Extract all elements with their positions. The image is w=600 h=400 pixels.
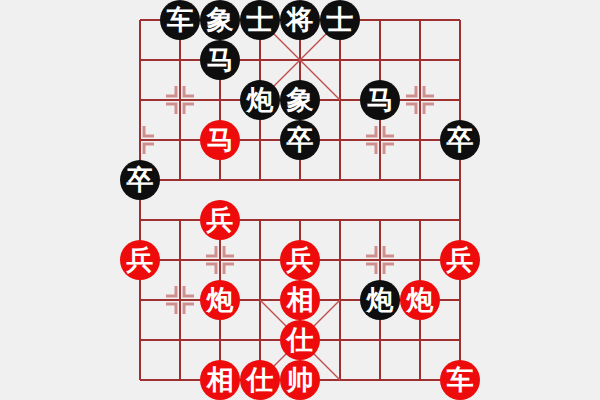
- intersection-r7c3[interactable]: [240, 280, 280, 320]
- intersection-r6c8[interactable]: 兵: [440, 240, 480, 280]
- intersection-r2c4[interactable]: 象: [280, 80, 320, 120]
- intersection-r7c2[interactable]: 炮: [200, 280, 240, 320]
- piece-glyph: 卒: [127, 167, 154, 194]
- piece-glyph: 兵: [287, 247, 314, 274]
- intersection-r1c2[interactable]: 马: [200, 40, 240, 80]
- intersection-r3c1[interactable]: [160, 120, 200, 160]
- intersection-r4c4[interactable]: [280, 160, 320, 200]
- intersection-r5c6[interactable]: [360, 200, 400, 240]
- intersection-r9c0[interactable]: [120, 360, 160, 400]
- intersection-r3c6[interactable]: [360, 120, 400, 160]
- piece-black-elephant[interactable]: 象: [200, 0, 240, 40]
- piece-red-advisor[interactable]: 仕: [240, 360, 280, 400]
- piece-glyph: 卒: [287, 127, 314, 154]
- intersection-r2c0[interactable]: [120, 80, 160, 120]
- intersection-r1c3[interactable]: [240, 40, 280, 80]
- intersection-r4c5[interactable]: [320, 160, 360, 200]
- piece-glyph: 兵: [447, 247, 474, 274]
- piece-glyph: 车: [167, 7, 194, 34]
- intersection-r8c1[interactable]: [160, 320, 200, 360]
- intersection-r6c1[interactable]: [160, 240, 200, 280]
- intersection-r9c2[interactable]: 相: [200, 360, 240, 400]
- piece-red-elephant[interactable]: 相: [200, 360, 240, 400]
- piece-black-advisor[interactable]: 士: [320, 0, 360, 40]
- intersection-r5c8[interactable]: [440, 200, 480, 240]
- intersection-r2c6[interactable]: 马: [360, 80, 400, 120]
- intersection-r5c7[interactable]: [400, 200, 440, 240]
- intersection-r3c4[interactable]: 卒: [280, 120, 320, 160]
- piece-red-elephant[interactable]: 相: [280, 280, 320, 320]
- intersection-r0c2[interactable]: 象: [200, 0, 240, 40]
- intersection-r8c4[interactable]: 仕: [280, 320, 320, 360]
- intersection-r3c8[interactable]: 卒: [440, 120, 480, 160]
- intersection-r0c0[interactable]: [120, 0, 160, 40]
- intersection-r3c0[interactable]: [120, 120, 160, 160]
- piece-glyph: 士: [327, 7, 354, 34]
- intersection-r8c2[interactable]: [200, 320, 240, 360]
- piece-glyph: 马: [207, 127, 234, 154]
- intersection-r3c2[interactable]: 马: [200, 120, 240, 160]
- intersection-r0c6[interactable]: [360, 0, 400, 40]
- piece-red-chariot[interactable]: 车: [440, 360, 480, 400]
- piece-glyph: 兵: [127, 247, 154, 274]
- piece-glyph: 炮: [367, 287, 394, 314]
- intersection-r4c3[interactable]: [240, 160, 280, 200]
- piece-black-chariot[interactable]: 车: [160, 0, 200, 40]
- intersection-r6c2[interactable]: [200, 240, 240, 280]
- piece-black-soldier[interactable]: 卒: [440, 120, 480, 160]
- piece-red-soldier[interactable]: 兵: [120, 240, 160, 280]
- piece-glyph: 相: [287, 287, 314, 314]
- piece-glyph: 炮: [407, 287, 434, 314]
- intersection-r7c4[interactable]: 相: [280, 280, 320, 320]
- intersection-r9c8[interactable]: 车: [440, 360, 480, 400]
- piece-black-elephant[interactable]: 象: [280, 80, 320, 120]
- intersection-r3c5[interactable]: [320, 120, 360, 160]
- piece-red-soldier[interactable]: 兵: [200, 200, 240, 240]
- intersection-r0c1[interactable]: 车: [160, 0, 200, 40]
- intersection-r6c0[interactable]: 兵: [120, 240, 160, 280]
- intersection-r7c8[interactable]: [440, 280, 480, 320]
- intersection-r9c4[interactable]: 帅: [280, 360, 320, 400]
- piece-red-soldier[interactable]: 兵: [440, 240, 480, 280]
- piece-glyph: 车: [447, 367, 474, 394]
- intersection-r4c7[interactable]: [400, 160, 440, 200]
- intersection-r9c1[interactable]: [160, 360, 200, 400]
- intersection-r2c7[interactable]: [400, 80, 440, 120]
- intersection-r3c3[interactable]: [240, 120, 280, 160]
- intersection-r5c0[interactable]: [120, 200, 160, 240]
- piece-black-horse[interactable]: 马: [360, 80, 400, 120]
- intersection-r7c5[interactable]: [320, 280, 360, 320]
- intersection-r2c8[interactable]: [440, 80, 480, 120]
- intersection-r2c2[interactable]: [200, 80, 240, 120]
- piece-black-horse[interactable]: 马: [200, 40, 240, 80]
- piece-glyph: 仕: [287, 327, 314, 354]
- piece-glyph: 相: [207, 367, 234, 394]
- intersection-r8c8[interactable]: [440, 320, 480, 360]
- piece-glyph: 士: [247, 7, 274, 34]
- intersection-r4c2[interactable]: [200, 160, 240, 200]
- intersection-r0c7[interactable]: [400, 0, 440, 40]
- xiangqi-board-view: 车象士将士马炮象马马卒卒卒兵兵兵兵炮相炮炮仕相仕帅车: [0, 0, 600, 400]
- piece-glyph: 将: [287, 7, 314, 34]
- piece-black-advisor[interactable]: 士: [240, 0, 280, 40]
- piece-black-general[interactable]: 将: [280, 0, 320, 40]
- piece-glyph: 炮: [247, 87, 274, 114]
- piece-glyph: 象: [207, 7, 234, 34]
- piece-glyph: 卒: [447, 127, 474, 154]
- piece-glyph: 炮: [207, 287, 234, 314]
- intersection-r1c1[interactable]: [160, 40, 200, 80]
- intersection-r2c3[interactable]: 炮: [240, 80, 280, 120]
- piece-red-cannon[interactable]: 炮: [200, 280, 240, 320]
- intersection-r0c3[interactable]: 士: [240, 0, 280, 40]
- intersection-r6c5[interactable]: [320, 240, 360, 280]
- intersection-r9c7[interactable]: [400, 360, 440, 400]
- intersection-r7c1[interactable]: [160, 280, 200, 320]
- intersection-r9c5[interactable]: [320, 360, 360, 400]
- intersection-r7c7[interactable]: 炮: [400, 280, 440, 320]
- piece-red-advisor[interactable]: 仕: [280, 320, 320, 360]
- piece-red-soldier[interactable]: 兵: [280, 240, 320, 280]
- piece-red-general[interactable]: 帅: [280, 360, 320, 400]
- xiangqi-board: 车象士将士马炮象马马卒卒卒兵兵兵兵炮相炮炮仕相仕帅车: [120, 0, 480, 400]
- intersection-r7c6[interactable]: 炮: [360, 280, 400, 320]
- piece-glyph: 马: [207, 47, 234, 74]
- intersection-r0c4[interactable]: 将: [280, 0, 320, 40]
- intersection-r1c7[interactable]: [400, 40, 440, 80]
- piece-black-soldier[interactable]: 卒: [120, 160, 160, 200]
- piece-glyph: 仕: [247, 367, 274, 394]
- intersection-r1c6[interactable]: [360, 40, 400, 80]
- piece-glyph: 帅: [287, 367, 314, 394]
- intersection-r8c7[interactable]: [400, 320, 440, 360]
- intersection-r1c4[interactable]: [280, 40, 320, 80]
- intersection-r8c0[interactable]: [120, 320, 160, 360]
- intersection-r0c8[interactable]: [440, 0, 480, 40]
- intersection-r5c4[interactable]: [280, 200, 320, 240]
- intersection-r6c3[interactable]: [240, 240, 280, 280]
- intersection-r8c5[interactable]: [320, 320, 360, 360]
- intersection-r5c5[interactable]: [320, 200, 360, 240]
- intersection-r9c3[interactable]: 仕: [240, 360, 280, 400]
- piece-black-cannon[interactable]: 炮: [360, 280, 400, 320]
- intersection-r4c6[interactable]: [360, 160, 400, 200]
- piece-black-cannon[interactable]: 炮: [240, 80, 280, 120]
- intersection-r5c1[interactable]: [160, 200, 200, 240]
- intersection-r6c7[interactable]: [400, 240, 440, 280]
- intersection-r6c6[interactable]: [360, 240, 400, 280]
- piece-glyph: 兵: [207, 207, 234, 234]
- intersection-r2c1[interactable]: [160, 80, 200, 120]
- intersection-r8c6[interactable]: [360, 320, 400, 360]
- intersection-r0c5[interactable]: 士: [320, 0, 360, 40]
- intersection-r1c0[interactable]: [120, 40, 160, 80]
- intersection-r4c1[interactable]: [160, 160, 200, 200]
- piece-red-horse[interactable]: 马: [200, 120, 240, 160]
- intersection-r6c4[interactable]: 兵: [280, 240, 320, 280]
- piece-glyph: 象: [287, 87, 314, 114]
- intersection-r8c3[interactable]: [240, 320, 280, 360]
- intersection-r7c0[interactable]: [120, 280, 160, 320]
- intersection-r5c2[interactable]: 兵: [200, 200, 240, 240]
- intersection-r2c5[interactable]: [320, 80, 360, 120]
- intersection-r9c6[interactable]: [360, 360, 400, 400]
- intersection-r4c0[interactable]: 卒: [120, 160, 160, 200]
- intersection-r1c8[interactable]: [440, 40, 480, 80]
- piece-red-cannon[interactable]: 炮: [400, 280, 440, 320]
- intersection-r4c8[interactable]: [440, 160, 480, 200]
- intersection-r3c7[interactable]: [400, 120, 440, 160]
- intersection-r5c3[interactable]: [240, 200, 280, 240]
- piece-glyph: 马: [367, 87, 394, 114]
- intersection-r1c5[interactable]: [320, 40, 360, 80]
- piece-black-soldier[interactable]: 卒: [280, 120, 320, 160]
